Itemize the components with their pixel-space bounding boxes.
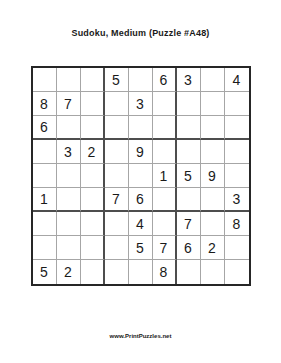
cell-r2c7[interactable] (177, 92, 201, 116)
cell-r9c2[interactable]: 2 (57, 260, 81, 284)
cell-r9c8[interactable] (201, 260, 225, 284)
cell-r9c7[interactable] (177, 260, 201, 284)
cell-r9c3[interactable] (81, 260, 105, 284)
cell-r8c7[interactable]: 6 (177, 236, 201, 260)
cell-r7c3[interactable] (81, 212, 105, 236)
cell-r7c7[interactable]: 7 (177, 212, 201, 236)
cell-r5c1[interactable] (33, 164, 57, 188)
cell-r9c9[interactable] (225, 260, 249, 284)
cell-r1c4[interactable]: 5 (105, 68, 129, 92)
sudoku-grid: 5634873632915917634785762528 (31, 66, 251, 286)
cell-r2c8[interactable] (201, 92, 225, 116)
cell-r8c4[interactable] (105, 236, 129, 260)
cell-r7c1[interactable] (33, 212, 57, 236)
cell-r8c3[interactable] (81, 236, 105, 260)
cell-r8c1[interactable] (33, 236, 57, 260)
cell-r7c6[interactable] (153, 212, 177, 236)
cell-r3c6[interactable] (153, 116, 177, 140)
cell-r2c4[interactable] (105, 92, 129, 116)
cell-r1c8[interactable] (201, 68, 225, 92)
cell-r7c9[interactable]: 8 (225, 212, 249, 236)
cell-r5c3[interactable] (81, 164, 105, 188)
cell-r7c5[interactable]: 4 (129, 212, 153, 236)
cell-r7c4[interactable] (105, 212, 129, 236)
cell-r1c3[interactable] (81, 68, 105, 92)
cell-r3c9[interactable] (225, 116, 249, 140)
cell-r5c5[interactable] (129, 164, 153, 188)
cell-r6c1[interactable]: 1 (33, 188, 57, 212)
cell-r3c2[interactable] (57, 116, 81, 140)
cell-r4c1[interactable] (33, 140, 57, 164)
cell-r8c2[interactable] (57, 236, 81, 260)
cell-r6c8[interactable] (201, 188, 225, 212)
cell-r6c7[interactable] (177, 188, 201, 212)
cell-r2c5[interactable]: 3 (129, 92, 153, 116)
cell-r5c2[interactable] (57, 164, 81, 188)
cell-r1c9[interactable]: 4 (225, 68, 249, 92)
cell-r1c7[interactable]: 3 (177, 68, 201, 92)
cell-r3c3[interactable] (81, 116, 105, 140)
cell-r6c9[interactable]: 3 (225, 188, 249, 212)
cell-r8c6[interactable]: 7 (153, 236, 177, 260)
cell-r1c5[interactable] (129, 68, 153, 92)
cell-r9c1[interactable]: 5 (33, 260, 57, 284)
cell-r4c7[interactable] (177, 140, 201, 164)
cell-r3c7[interactable] (177, 116, 201, 140)
cell-r2c2[interactable]: 7 (57, 92, 81, 116)
cell-r4c3[interactable]: 2 (81, 140, 105, 164)
cell-r7c2[interactable] (57, 212, 81, 236)
cell-r2c3[interactable] (81, 92, 105, 116)
cell-r3c8[interactable] (201, 116, 225, 140)
cell-r1c6[interactable]: 6 (153, 68, 177, 92)
cell-r5c8[interactable]: 9 (201, 164, 225, 188)
cell-r9c5[interactable] (129, 260, 153, 284)
cell-r4c6[interactable] (153, 140, 177, 164)
cell-r4c5[interactable]: 9 (129, 140, 153, 164)
cell-r2c9[interactable] (225, 92, 249, 116)
cell-r5c6[interactable]: 1 (153, 164, 177, 188)
cell-r3c5[interactable] (129, 116, 153, 140)
cell-r6c4[interactable]: 7 (105, 188, 129, 212)
cell-r8c5[interactable]: 5 (129, 236, 153, 260)
cell-r6c3[interactable] (81, 188, 105, 212)
cell-r1c2[interactable] (57, 68, 81, 92)
cell-r6c5[interactable]: 6 (129, 188, 153, 212)
cell-r8c9[interactable] (225, 236, 249, 260)
cell-r2c6[interactable] (153, 92, 177, 116)
page-title: Sudoku, Medium (Puzzle #A48) (0, 28, 281, 38)
cell-r5c4[interactable] (105, 164, 129, 188)
cell-r6c2[interactable] (57, 188, 81, 212)
cell-r4c8[interactable] (201, 140, 225, 164)
cell-r5c9[interactable] (225, 164, 249, 188)
cell-r4c9[interactable] (225, 140, 249, 164)
cell-r1c1[interactable] (33, 68, 57, 92)
footer-url: www.PrintPuzzles.net (0, 333, 281, 339)
cell-r8c8[interactable]: 2 (201, 236, 225, 260)
cell-r5c7[interactable]: 5 (177, 164, 201, 188)
cell-r4c2[interactable]: 3 (57, 140, 81, 164)
cell-r4c4[interactable] (105, 140, 129, 164)
cell-r6c6[interactable] (153, 188, 177, 212)
cell-r9c4[interactable] (105, 260, 129, 284)
cell-r9c6[interactable]: 8 (153, 260, 177, 284)
cell-r3c4[interactable] (105, 116, 129, 140)
cell-r2c1[interactable]: 8 (33, 92, 57, 116)
cell-r7c8[interactable] (201, 212, 225, 236)
cell-r3c1[interactable]: 6 (33, 116, 57, 140)
